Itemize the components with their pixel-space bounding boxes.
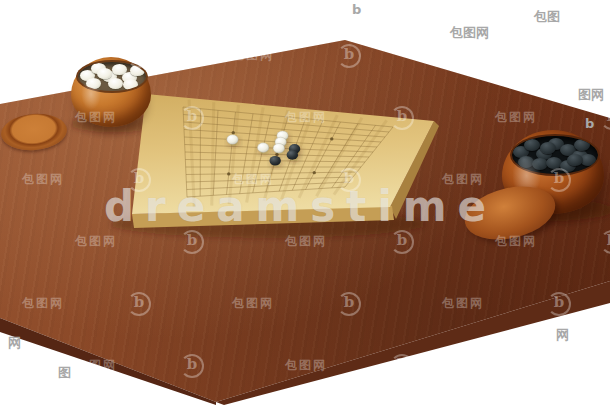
white-stone [123, 79, 138, 90]
black-stone [574, 139, 590, 151]
white-stone [86, 78, 101, 89]
white-stones-in-bowl [76, 60, 148, 93]
black-stone [540, 142, 556, 154]
go-stone-black [269, 156, 280, 166]
black-stone [567, 154, 583, 166]
photo-scene: b包图网b包图网b包图网b包图网b包图网b包图网b包图网b包图网b包图网b包图网… [0, 0, 610, 405]
star-point [313, 171, 316, 174]
star-point [232, 131, 235, 134]
go-stone-white [257, 143, 268, 153]
go-stone-white [273, 143, 284, 153]
star-point [330, 137, 333, 140]
go-stone-white [227, 135, 238, 145]
black-stones-in-bowl [510, 134, 600, 176]
white-stone-bowl [71, 57, 151, 127]
star-point [227, 172, 230, 175]
white-stone [108, 78, 123, 89]
go-stone-black [287, 150, 298, 160]
white-stone [97, 68, 112, 79]
